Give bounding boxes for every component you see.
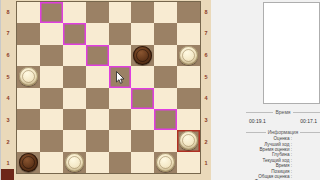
white-piece-h6[interactable] [179,46,198,65]
checkers-board [16,1,201,174]
square-e3[interactable] [109,109,132,130]
black-piece-f6[interactable] [133,46,152,65]
square-a3[interactable] [17,109,40,130]
square-b3[interactable] [40,109,63,130]
square-b6[interactable] [40,45,63,66]
info-section: Информация Оценка :Лучший ход :Время оце… [246,128,320,180]
square-f4[interactable] [131,88,154,109]
square-b1[interactable] [40,152,63,173]
square-d8[interactable] [86,2,109,23]
square-e4[interactable] [109,88,132,109]
square-c4[interactable] [63,88,86,109]
info-label: Лучший ход : [246,142,292,147]
square-f6[interactable] [131,45,154,66]
square-h2[interactable] [177,130,200,151]
square-d3[interactable] [86,109,109,130]
rank-label-8: 8 [201,1,211,23]
square-f8[interactable] [131,2,154,23]
square-a1[interactable] [17,152,40,173]
info-label: Время : [246,163,292,168]
square-d1[interactable] [86,152,109,173]
square-c3[interactable] [63,109,86,130]
square-h8[interactable] [177,2,200,23]
square-d7[interactable] [86,23,109,44]
square-e6[interactable] [109,45,132,66]
square-g3[interactable] [154,109,177,130]
info-label: Время оценки : [246,147,292,152]
square-a6[interactable] [17,45,40,66]
square-c1[interactable] [63,152,86,173]
rank-label-1: 1 [201,152,211,174]
square-e7[interactable] [109,23,132,44]
rank-label-4: 4 [1,88,15,110]
board-frame: 87654321 87654321 [1,0,211,180]
rank-labels-left: 87654321 [1,1,15,174]
white-clock: 00:19.1 [249,118,266,124]
square-e1[interactable] [109,152,132,173]
square-f3[interactable] [131,109,154,130]
square-c2[interactable] [63,130,86,151]
move-list-box[interactable] [263,2,320,104]
rank-label-5: 5 [201,66,211,88]
rank-label-2: 2 [201,131,211,153]
side-panel: Время 00:19.1 00:17.1 Информация Оценка … [245,0,320,180]
square-c8[interactable] [63,2,86,23]
info-row: Текущая оценка : [246,179,320,180]
square-e5[interactable] [109,66,132,87]
square-b7[interactable] [40,23,63,44]
info-label: Оценка : [246,136,292,141]
rank-label-7: 7 [201,23,211,45]
info-label: Текущий ход : [246,158,292,163]
time-section: Время 00:19.1 00:17.1 [246,108,320,124]
square-d5[interactable] [86,66,109,87]
square-f1[interactable] [131,152,154,173]
square-c6[interactable] [63,45,86,66]
white-piece-a5[interactable] [19,67,38,86]
square-h3[interactable] [177,109,200,130]
square-h4[interactable] [177,88,200,109]
square-e8[interactable] [109,2,132,23]
info-section-title: Информация [268,129,299,135]
square-c5[interactable] [63,66,86,87]
info-label: Общая оценка : [246,174,292,179]
square-d2[interactable] [86,130,109,151]
time-section-header: Время [246,108,320,116]
white-piece-g1[interactable] [156,153,175,172]
square-a2[interactable] [17,130,40,151]
square-g7[interactable] [154,23,177,44]
square-h7[interactable] [177,23,200,44]
square-g5[interactable] [154,66,177,87]
square-b2[interactable] [40,130,63,151]
square-f5[interactable] [131,66,154,87]
square-b8[interactable] [40,2,63,23]
square-e2[interactable] [109,130,132,151]
rank-label-7: 7 [1,23,15,45]
square-g6[interactable] [154,45,177,66]
square-a4[interactable] [17,88,40,109]
square-g1[interactable] [154,152,177,173]
rank-label-4: 4 [201,88,211,110]
rank-label-2: 2 [1,131,15,153]
square-g8[interactable] [154,2,177,23]
square-h5[interactable] [177,66,200,87]
square-g4[interactable] [154,88,177,109]
white-piece-c1[interactable] [65,153,84,172]
black-piece-a1[interactable] [19,153,38,172]
rank-label-8: 8 [1,1,15,23]
rank-label-6: 6 [1,44,15,66]
square-h6[interactable] [177,45,200,66]
square-f7[interactable] [131,23,154,44]
square-a5[interactable] [17,66,40,87]
square-a7[interactable] [17,23,40,44]
corner-marker [1,169,14,180]
square-g2[interactable] [154,130,177,151]
rank-labels-right: 87654321 [201,1,211,174]
square-c7[interactable] [63,23,86,44]
square-a8[interactable] [17,2,40,23]
black-clock: 00:17.1 [300,118,317,124]
square-d6[interactable] [86,45,109,66]
square-h1[interactable] [177,152,200,173]
square-f2[interactable] [131,130,154,151]
rank-label-3: 3 [201,109,211,131]
time-section-title: Время [275,109,290,115]
square-b4[interactable] [40,88,63,109]
white-piece-h2[interactable] [179,131,198,150]
checkers-app: 87654321 87654321 Время 00:19.1 00:17.1 … [0,0,320,180]
rank-label-6: 6 [201,44,211,66]
rank-label-5: 5 [1,66,15,88]
info-label: Глубина : [246,152,292,157]
info-label: Текущая оценка : [246,179,292,180]
square-b5[interactable] [40,66,63,87]
info-section-header: Информация [246,128,320,136]
square-d4[interactable] [86,88,109,109]
rank-label-3: 3 [1,109,15,131]
info-rows: Оценка :Лучший ход :Время оценки :Глубин… [246,136,320,180]
info-label: Позиция : [246,169,292,174]
